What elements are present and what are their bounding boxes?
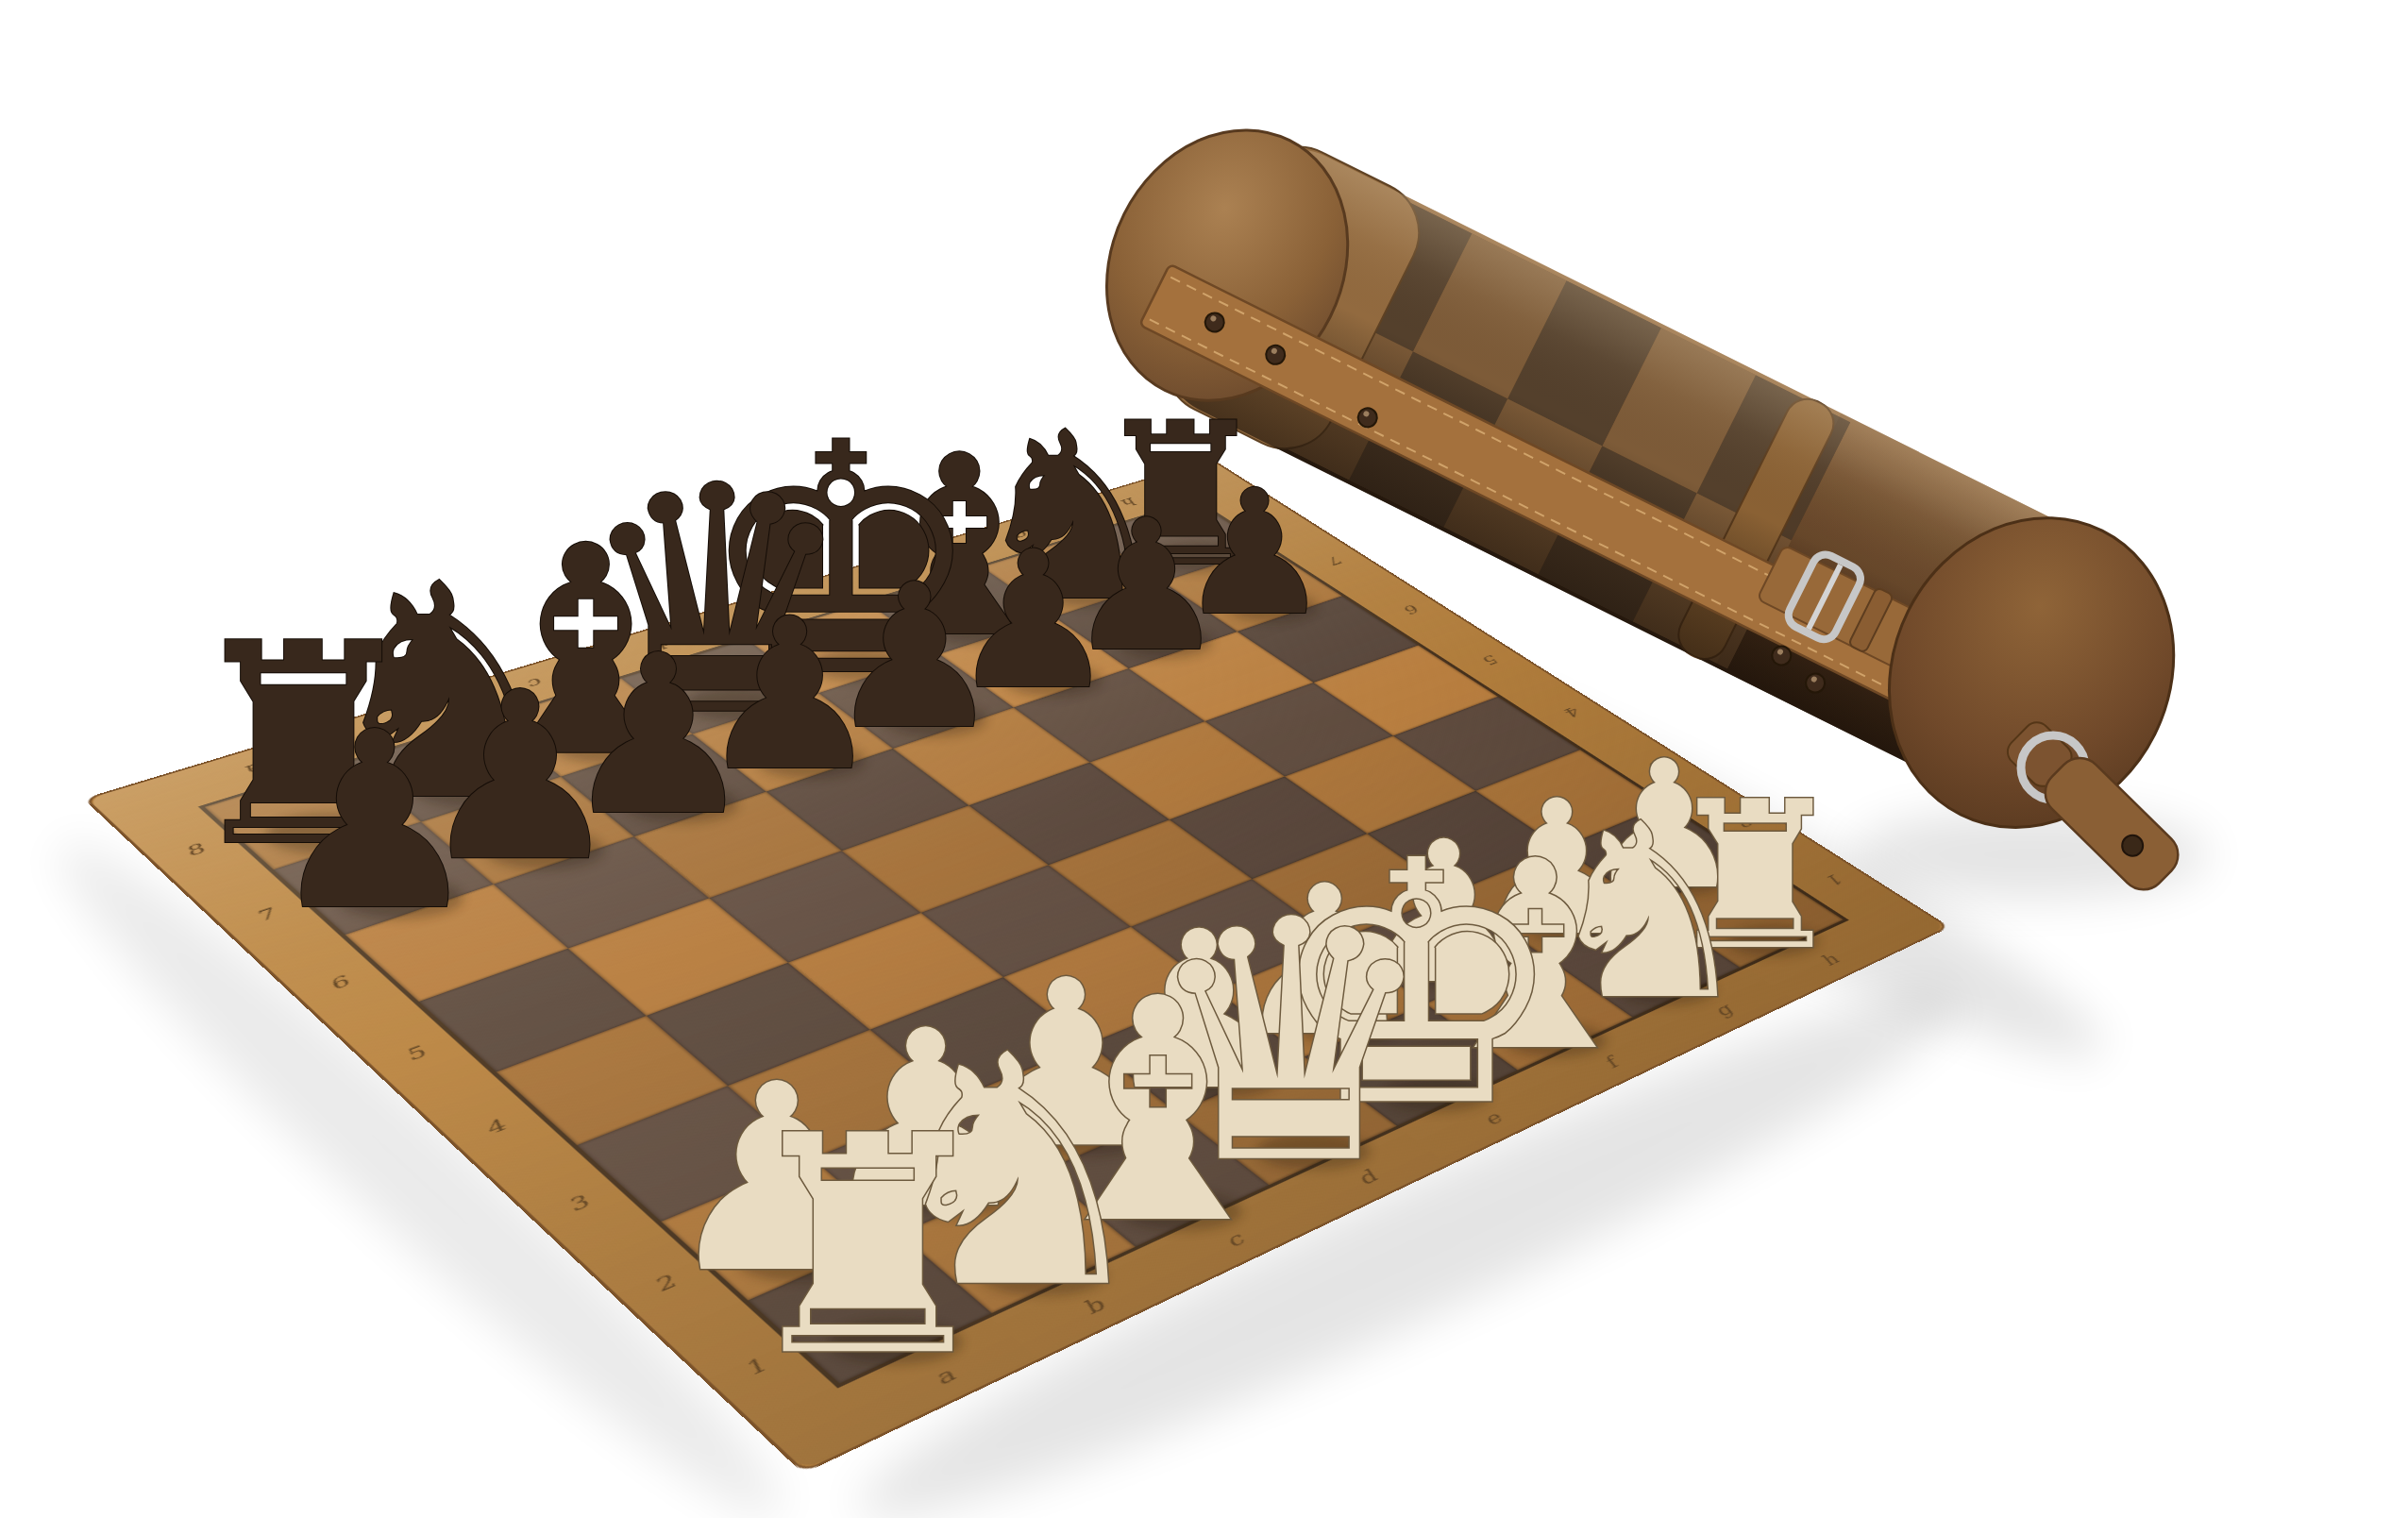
file-label-near-h: h [1814,951,1844,969]
rank-label-left-5: 5 [398,1043,431,1064]
file-label-near-g: g [1707,1001,1738,1020]
rank-label-right-5: 5 [1478,652,1506,666]
file-label-far-a: a [242,760,270,777]
file-label-far-g: g [1009,528,1036,541]
rank-label-left-7: 7 [249,905,280,924]
rank-label-left-8: 8 [178,841,209,859]
rank-label-left-1: 1 [736,1355,772,1379]
rank-label-right-3: 3 [1643,758,1672,773]
file-label-far-c: c [524,675,550,690]
file-label-near-d: d [1350,1167,1383,1189]
file-label-near-a: a [926,1364,961,1389]
rank-label-right-7: 7 [1323,553,1350,566]
rank-label-right-2: 2 [1731,814,1760,830]
chess-set-photo: aa88bb77cc66dd55ee44ff33gg22hh11 ♜♞♟♝♟♚♟… [0,0,2408,1518]
rank-label-left-2: 2 [647,1272,682,1295]
rank-label-right-8: 8 [1249,506,1274,519]
rank-label-right-6: 6 [1399,602,1425,616]
file-label-far-h: h [1118,496,1143,509]
file-label-near-f: f [1597,1054,1624,1071]
file-label-far-e: e [778,599,804,613]
rank-label-left-3: 3 [561,1192,595,1215]
rank-label-right-1: 1 [1821,871,1850,888]
tube-shadow-end [1850,809,2209,900]
file-label-far-d: d [653,635,682,650]
file-label-near-c: c [1218,1229,1250,1251]
file-label-near-e: e [1476,1108,1507,1128]
rank-label-right-4: 4 [1559,704,1587,719]
file-label-far-b: b [385,717,414,733]
rank-label-left-6: 6 [322,973,354,993]
file-label-far-f: f [899,563,920,575]
file-label-near-b: b [1075,1294,1110,1318]
rank-label-left-4: 4 [478,1116,511,1138]
